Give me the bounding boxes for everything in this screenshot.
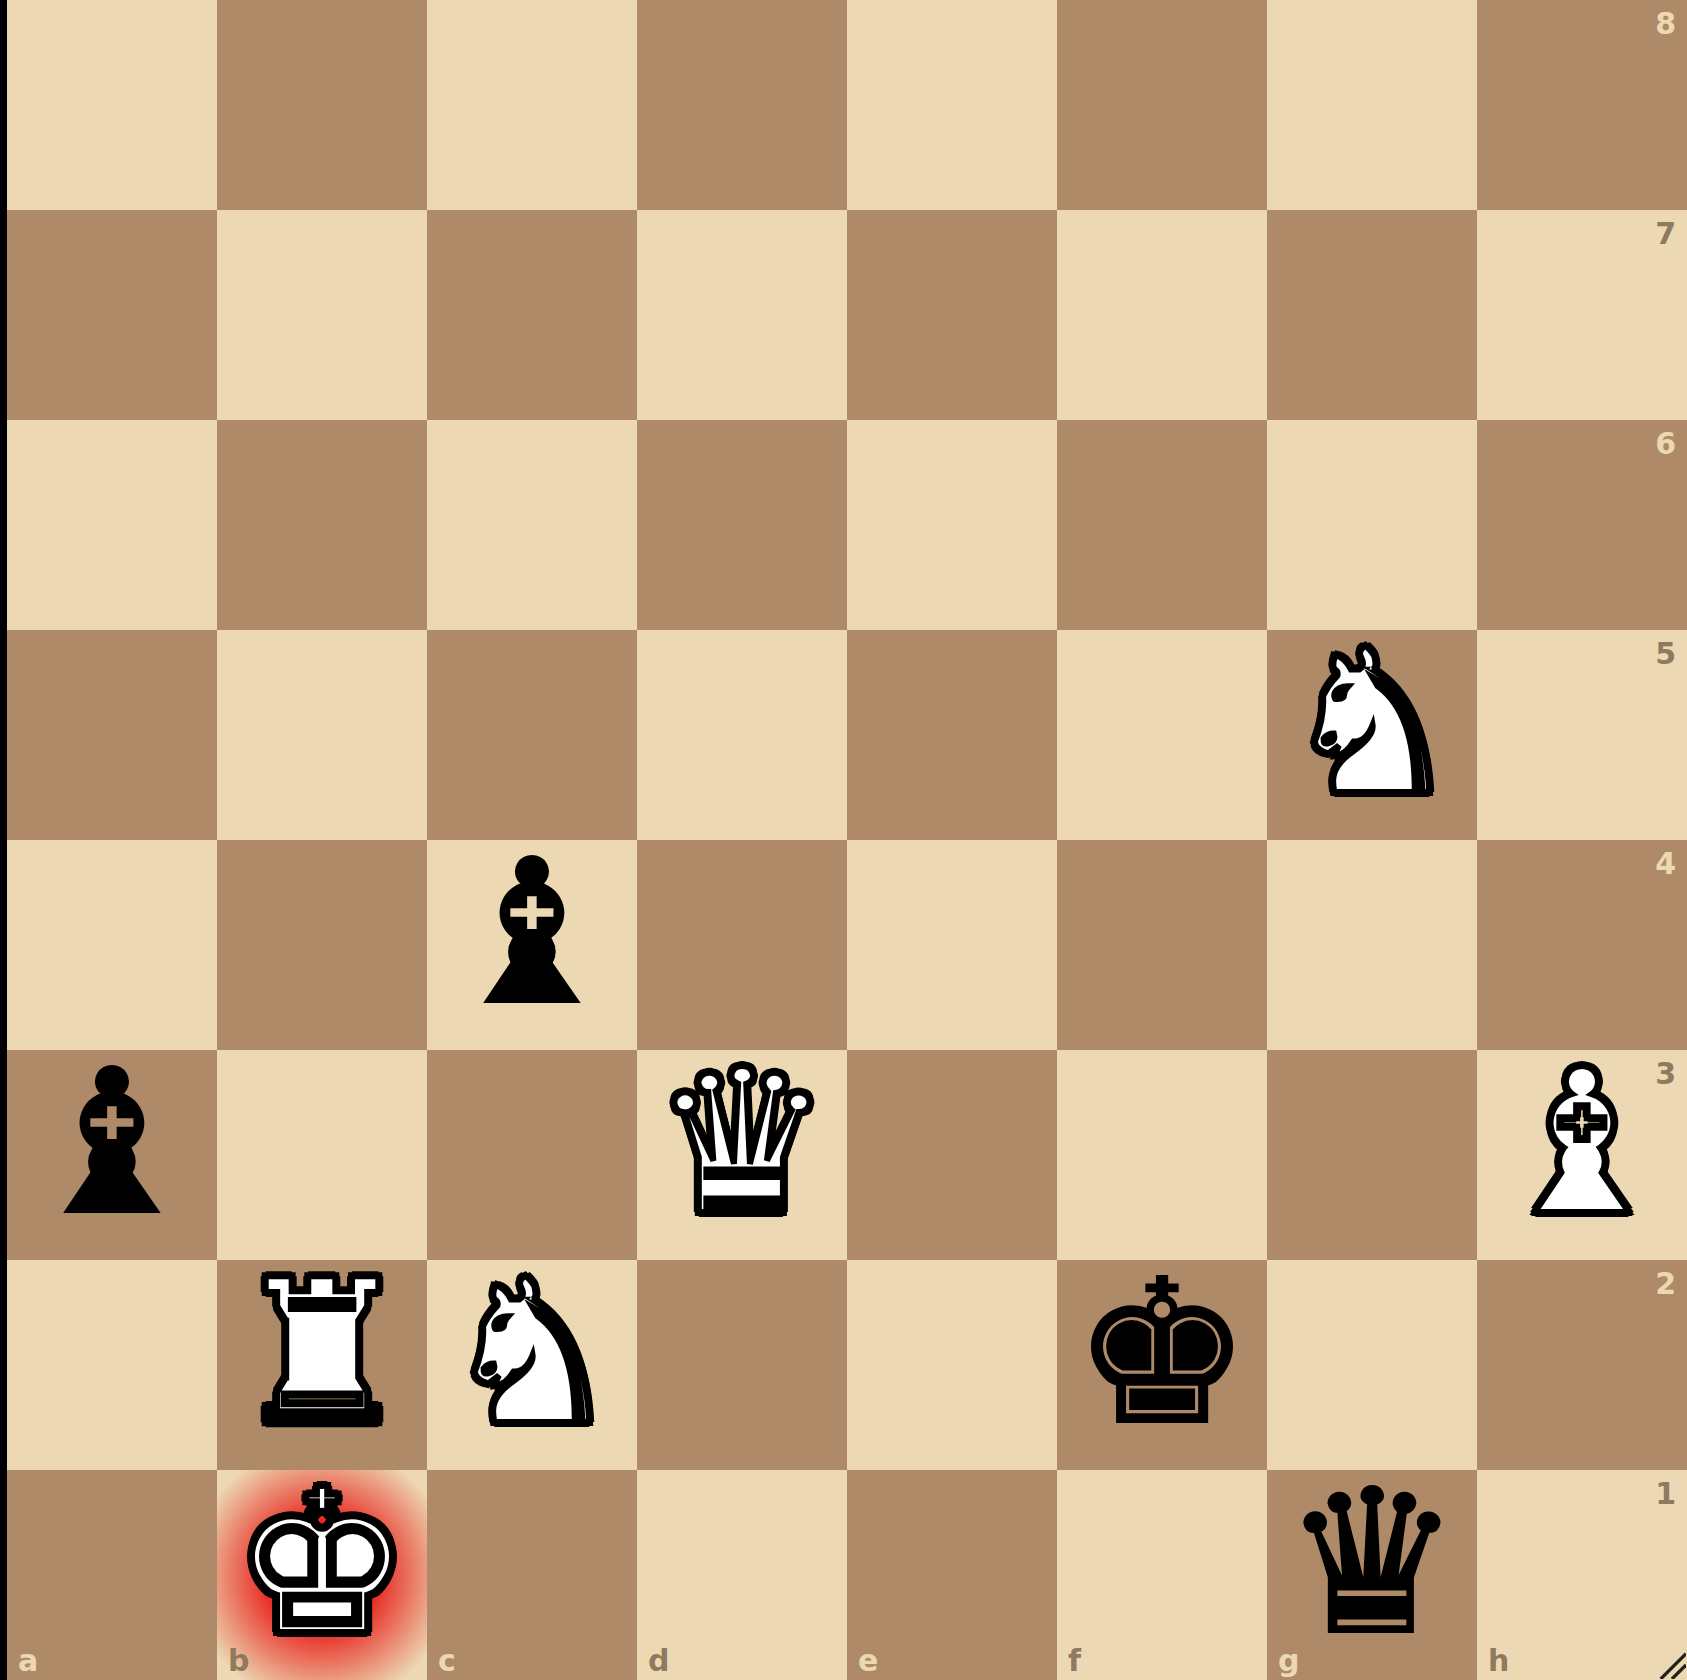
square-e2[interactable] xyxy=(847,1260,1057,1470)
black-queen[interactable]: ♛ xyxy=(1267,1458,1477,1668)
square-d4[interactable] xyxy=(637,840,847,1050)
coord-rank-8: 8 xyxy=(1655,9,1676,39)
square-h8[interactable]: 8 xyxy=(1477,0,1687,210)
square-e8[interactable] xyxy=(847,0,1057,210)
square-f3[interactable] xyxy=(1057,1050,1267,1260)
white-knight[interactable]: ♞ xyxy=(1267,618,1477,828)
square-g4[interactable] xyxy=(1267,840,1477,1050)
coord-rank-1: 1 xyxy=(1655,1479,1676,1509)
square-f8[interactable] xyxy=(1057,0,1267,210)
square-d7[interactable] xyxy=(637,210,847,420)
square-c8[interactable] xyxy=(427,0,637,210)
coord-rank-5: 5 xyxy=(1655,639,1676,669)
white-bishop[interactable]: ♝ xyxy=(1477,1038,1687,1248)
chess-board: 876♞5♝4♝♛3♝♜♞♚2ab♚cdefg♛1h xyxy=(7,0,1687,1680)
square-e4[interactable] xyxy=(847,840,1057,1050)
square-d2[interactable] xyxy=(637,1260,847,1470)
square-f5[interactable] xyxy=(1057,630,1267,840)
square-g6[interactable] xyxy=(1267,420,1477,630)
square-h7[interactable]: 7 xyxy=(1477,210,1687,420)
square-b6[interactable] xyxy=(217,420,427,630)
square-a4[interactable] xyxy=(7,840,217,1050)
coord-rank-7: 7 xyxy=(1655,219,1676,249)
square-c1[interactable]: c xyxy=(427,1470,637,1680)
resize-handle-icon[interactable] xyxy=(1656,1649,1686,1679)
square-d8[interactable] xyxy=(637,0,847,210)
square-a3[interactable]: ♝ xyxy=(7,1050,217,1260)
square-h4[interactable]: 4 xyxy=(1477,840,1687,1050)
square-d1[interactable]: d xyxy=(637,1470,847,1680)
square-f1[interactable]: f xyxy=(1057,1470,1267,1680)
square-d3[interactable]: ♛ xyxy=(637,1050,847,1260)
square-a2[interactable] xyxy=(7,1260,217,1470)
square-e3[interactable] xyxy=(847,1050,1057,1260)
coord-file-a: a xyxy=(18,1646,38,1676)
square-b1[interactable]: b♚ xyxy=(217,1470,427,1680)
square-a6[interactable] xyxy=(7,420,217,630)
square-a1[interactable]: a xyxy=(7,1470,217,1680)
square-c4[interactable]: ♝ xyxy=(427,840,637,1050)
black-bishop[interactable]: ♝ xyxy=(427,828,637,1038)
square-b3[interactable] xyxy=(217,1050,427,1260)
square-b4[interactable] xyxy=(217,840,427,1050)
square-b8[interactable] xyxy=(217,0,427,210)
square-e1[interactable]: e xyxy=(847,1470,1057,1680)
white-knight[interactable]: ♞ xyxy=(427,1248,637,1458)
black-bishop[interactable]: ♝ xyxy=(7,1038,217,1248)
square-b7[interactable] xyxy=(217,210,427,420)
coord-file-f: f xyxy=(1068,1646,1081,1676)
square-g7[interactable] xyxy=(1267,210,1477,420)
square-h2[interactable]: 2 xyxy=(1477,1260,1687,1470)
coord-rank-6: 6 xyxy=(1655,429,1676,459)
square-e5[interactable] xyxy=(847,630,1057,840)
square-c2[interactable]: ♞ xyxy=(427,1260,637,1470)
square-g8[interactable] xyxy=(1267,0,1477,210)
coord-file-e: e xyxy=(858,1646,878,1676)
white-queen[interactable]: ♛ xyxy=(637,1038,847,1248)
square-g1[interactable]: g♛ xyxy=(1267,1470,1477,1680)
square-c6[interactable] xyxy=(427,420,637,630)
square-b5[interactable] xyxy=(217,630,427,840)
square-a8[interactable] xyxy=(7,0,217,210)
square-c5[interactable] xyxy=(427,630,637,840)
square-h5[interactable]: 5 xyxy=(1477,630,1687,840)
square-d6[interactable] xyxy=(637,420,847,630)
white-king[interactable]: ♚ xyxy=(217,1458,427,1668)
square-g3[interactable] xyxy=(1267,1050,1477,1260)
square-h6[interactable]: 6 xyxy=(1477,420,1687,630)
chess-board-window: 876♞5♝4♝♛3♝♜♞♚2ab♚cdefg♛1h xyxy=(0,0,1687,1680)
coord-file-h: h xyxy=(1488,1646,1509,1676)
square-g5[interactable]: ♞ xyxy=(1267,630,1477,840)
square-b2[interactable]: ♜ xyxy=(217,1260,427,1470)
square-f7[interactable] xyxy=(1057,210,1267,420)
coord-file-d: d xyxy=(648,1646,669,1676)
coord-rank-2: 2 xyxy=(1655,1269,1676,1299)
square-c3[interactable] xyxy=(427,1050,637,1260)
square-a7[interactable] xyxy=(7,210,217,420)
white-rook[interactable]: ♜ xyxy=(217,1248,427,1458)
square-h3[interactable]: 3♝ xyxy=(1477,1050,1687,1260)
square-g2[interactable] xyxy=(1267,1260,1477,1470)
square-f2[interactable]: ♚ xyxy=(1057,1260,1267,1470)
coord-file-c: c xyxy=(438,1646,456,1676)
square-f6[interactable] xyxy=(1057,420,1267,630)
square-d5[interactable] xyxy=(637,630,847,840)
coord-rank-4: 4 xyxy=(1655,849,1676,879)
square-a5[interactable] xyxy=(7,630,217,840)
square-e7[interactable] xyxy=(847,210,1057,420)
black-king[interactable]: ♚ xyxy=(1057,1248,1267,1458)
square-f4[interactable] xyxy=(1057,840,1267,1050)
square-e6[interactable] xyxy=(847,420,1057,630)
square-c7[interactable] xyxy=(427,210,637,420)
